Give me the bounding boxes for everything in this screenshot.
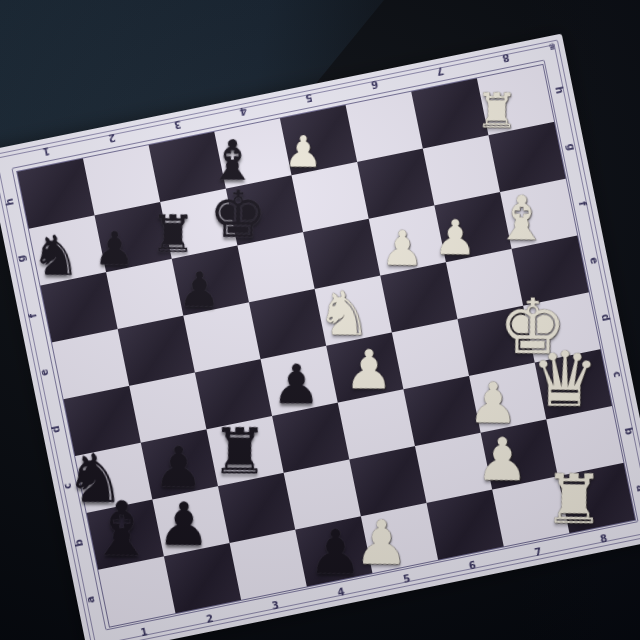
piece-black-pawn-g2[interactable]: ♟ — [93, 225, 135, 271]
piece-black-knight-g1[interactable]: ♞ — [30, 229, 80, 284]
piece-white-rook-h8[interactable]: ♜ — [474, 86, 517, 134]
square-a3[interactable] — [230, 530, 307, 600]
piece-white-queen-c8[interactable]: ♛ — [530, 342, 599, 419]
piece-black-rook-c3[interactable]: ♜ — [211, 420, 268, 483]
piece-white-knight-e5[interactable]: ♞ — [316, 282, 371, 343]
piece-black-pawn-c2[interactable]: ♟ — [153, 439, 204, 495]
piece-white-pawn-a5[interactable]: ♟ — [353, 512, 408, 573]
piece-black-pawn-d4[interactable]: ♟ — [272, 358, 321, 412]
piece-white-pawn-h5[interactable]: ♟ — [283, 131, 322, 174]
square-a6[interactable] — [427, 490, 504, 560]
piece-white-pawn-c7[interactable]: ♟ — [467, 375, 518, 431]
board-corner-motif: ♛ — [547, 41, 557, 52]
piece-black-pawn-b2[interactable]: ♟ — [157, 495, 210, 554]
piece-white-bishop-f8[interactable]: ♝ — [493, 187, 548, 248]
piece-black-king-g4[interactable]: ♚ — [208, 182, 267, 248]
piece-white-pawn-f7[interactable]: ♟ — [433, 213, 476, 261]
piece-black-pawn-f3[interactable]: ♟ — [177, 265, 220, 313]
piece-white-pawn-b7[interactable]: ♟ — [475, 430, 528, 489]
piece-white-pawn-f6[interactable]: ♟ — [380, 224, 423, 272]
piece-white-pawn-d5[interactable]: ♟ — [344, 343, 393, 397]
piece-black-rook-g3[interactable]: ♜ — [149, 209, 195, 260]
piece-black-bishop-b1[interactable]: ♝ — [87, 492, 155, 568]
piece-white-rook-a8[interactable]: ♜ — [543, 466, 605, 535]
